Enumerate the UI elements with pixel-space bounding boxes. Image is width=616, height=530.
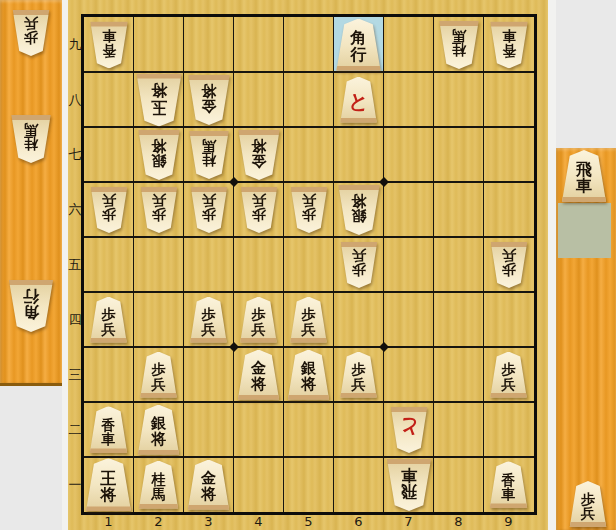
piece-kanji: 歩 <box>352 362 366 376</box>
piece-gold-47[interactable]: 金将 <box>237 130 280 180</box>
piece-kanji: 兵 <box>302 322 316 336</box>
square-2-9[interactable] <box>134 17 184 72</box>
piece-kanji: 歩 <box>152 362 166 376</box>
piece-face: 王将 <box>85 458 132 511</box>
piece-face: 飛車 <box>561 150 607 202</box>
square-5-5[interactable] <box>284 237 334 292</box>
square-8-7[interactable] <box>434 127 484 182</box>
rank-label-5: 五 <box>69 256 82 274</box>
piece-pawn-36[interactable]: 歩兵 <box>190 187 228 233</box>
piece-kanji: 兵 <box>581 506 595 520</box>
piece-kanji: 将 <box>151 432 166 447</box>
piece-face: 歩兵 <box>240 297 278 343</box>
piece-face: 桂馬 <box>11 115 52 163</box>
square-4-9[interactable] <box>234 17 284 72</box>
piece-kanji: 将 <box>151 81 167 97</box>
square-7-8[interactable] <box>384 72 434 127</box>
piece-face: 歩兵 <box>340 242 378 288</box>
piece-lance-19[interactable]: 香車 <box>89 21 128 68</box>
square-4-8[interactable] <box>234 72 284 127</box>
piece-kanji: 桂 <box>24 137 38 151</box>
gote-hand-pawn[interactable]: 歩兵 <box>569 481 607 527</box>
square-7-9[interactable] <box>384 17 434 72</box>
square-3-5[interactable] <box>184 237 234 292</box>
piece-kanji: 馬 <box>152 487 166 501</box>
piece-silver-66[interactable]: 銀将 <box>337 185 380 235</box>
piece-kanji: 馬 <box>452 28 466 42</box>
piece-kanji: 歩 <box>302 307 316 321</box>
square-4-1[interactable] <box>234 457 284 512</box>
piece-face: 金将 <box>237 350 280 400</box>
piece-pawn-56[interactable]: 歩兵 <box>290 187 328 233</box>
piece-pawn-46[interactable]: 歩兵 <box>240 187 278 233</box>
piece-knight-37[interactable]: 桂馬 <box>188 131 229 179</box>
rank-label-7: 七 <box>69 146 82 164</box>
square-1-3[interactable] <box>84 347 134 402</box>
piece-kanji: 兵 <box>252 193 266 207</box>
piece-face: 歩兵 <box>490 242 528 288</box>
piece-kanji: 将 <box>251 137 266 152</box>
piece-kanji: 将 <box>151 137 166 152</box>
rank-label-2: 二 <box>69 421 82 439</box>
file-label-9: 9 <box>504 514 512 529</box>
piece-pawn-93[interactable]: 歩兵 <box>490 352 528 398</box>
piece-kanji: 兵 <box>502 248 516 262</box>
square-8-1[interactable] <box>434 457 484 512</box>
piece-pawn-65[interactable]: 歩兵 <box>340 242 378 288</box>
square-5-8[interactable] <box>284 72 334 127</box>
piece-kanji: 将 <box>251 377 266 392</box>
piece-knight-89[interactable]: 桂馬 <box>438 21 479 69</box>
piece-face: 香車 <box>489 461 528 508</box>
file-label-8: 8 <box>454 514 462 529</box>
piece-kanji: 香 <box>102 417 116 431</box>
square-8-4[interactable] <box>434 292 484 347</box>
piece-kanji: 兵 <box>502 377 516 391</box>
piece-gold-43[interactable]: 金将 <box>237 350 280 400</box>
piece-kanji: 香 <box>102 43 116 57</box>
rank-label-8: 八 <box>69 91 82 109</box>
piece-kanji: 香 <box>502 472 516 486</box>
piece-king-28[interactable]: 玉将 <box>135 73 182 126</box>
piece-kanji: 兵 <box>302 193 316 207</box>
piece-bishop-69[interactable]: 角行 <box>336 19 382 71</box>
piece-pawn-63[interactable]: 歩兵 <box>340 352 378 398</box>
piece-kanji: 歩 <box>24 31 38 45</box>
square-7-6[interactable] <box>384 182 434 237</box>
rank-label-6: 六 <box>69 201 82 219</box>
square-9-8[interactable] <box>484 72 534 127</box>
piece-face: 香車 <box>489 21 528 68</box>
square-7-4[interactable] <box>384 292 434 347</box>
file-label-1: 1 <box>104 514 112 529</box>
piece-face: 歩兵 <box>240 187 278 233</box>
piece-kanji: 兵 <box>152 193 166 207</box>
piece-face: 歩兵 <box>90 187 128 233</box>
piece-kanji: 歩 <box>252 307 266 321</box>
piece-face: 金将 <box>187 75 230 125</box>
sente-hand-knight[interactable]: 桂馬 <box>11 115 52 163</box>
piece-face: 飛車 <box>386 459 432 511</box>
piece-pawn-23[interactable]: 歩兵 <box>140 352 178 398</box>
piece-kanji: 歩 <box>502 362 516 376</box>
square-7-7[interactable] <box>384 127 434 182</box>
sente-hand-bishop[interactable]: 角行 <box>8 280 54 332</box>
piece-tokin-72[interactable]: と <box>390 407 428 453</box>
piece-king-11[interactable]: 王将 <box>85 458 132 511</box>
piece-kanji: 車 <box>576 178 592 194</box>
piece-kanji: 将 <box>351 192 366 207</box>
piece-lance-99[interactable]: 香車 <box>489 21 528 68</box>
piece-face: 歩兵 <box>90 297 128 343</box>
piece-kanji: 兵 <box>202 322 216 336</box>
piece-face: 歩兵 <box>190 297 228 343</box>
hand-slot-highlight <box>558 203 611 258</box>
square-3-2[interactable] <box>184 402 234 457</box>
piece-kanji: 兵 <box>152 377 166 391</box>
piece-kanji: 兵 <box>252 322 266 336</box>
piece-kanji: 歩 <box>502 263 516 277</box>
piece-kanji: 車 <box>102 432 116 446</box>
square-9-2[interactable] <box>484 402 534 457</box>
piece-lance-91[interactable]: 香車 <box>489 461 528 508</box>
piece-face: 銀将 <box>337 185 380 235</box>
square-8-6[interactable] <box>434 182 484 237</box>
square-5-7[interactable] <box>284 127 334 182</box>
piece-face: 玉将 <box>135 73 182 126</box>
piece-face: 歩兵 <box>290 187 328 233</box>
piece-face: 歩兵 <box>140 187 178 233</box>
piece-kanji: 歩 <box>102 208 116 222</box>
piece-pawn-14[interactable]: 歩兵 <box>90 297 128 343</box>
piece-kanji: 歩 <box>152 208 166 222</box>
piece-face: 金将 <box>187 460 230 510</box>
piece-kanji: 行 <box>23 288 39 304</box>
piece-face: 歩兵 <box>190 187 228 233</box>
piece-tokin-68[interactable]: と <box>340 77 378 123</box>
piece-face: 歩兵 <box>12 10 50 56</box>
sente-hand-pawn[interactable]: 歩兵 <box>12 10 50 56</box>
piece-kanji: 将 <box>201 487 216 502</box>
piece-face: 歩兵 <box>569 481 607 527</box>
file-label-5: 5 <box>304 514 312 529</box>
piece-face: 銀将 <box>137 405 180 455</box>
piece-kanji: 兵 <box>202 193 216 207</box>
square-8-8[interactable] <box>434 72 484 127</box>
gote-hand-rook[interactable]: 飛車 <box>561 150 607 202</box>
right-gap <box>548 0 556 530</box>
piece-face: 銀将 <box>287 350 330 400</box>
square-9-7[interactable] <box>484 127 534 182</box>
piece-kanji: 車 <box>401 466 417 482</box>
file-label-2: 2 <box>154 514 162 529</box>
piece-knight-21[interactable]: 桂馬 <box>138 461 179 509</box>
piece-face: 角行 <box>8 280 54 332</box>
piece-kanji: 馬 <box>202 138 216 152</box>
square-9-4[interactable] <box>484 292 534 347</box>
piece-kanji: 行 <box>351 47 367 63</box>
square-7-3[interactable] <box>384 347 434 402</box>
piece-kanji: 兵 <box>102 322 116 336</box>
piece-kanji: 兵 <box>24 17 38 31</box>
square-5-2[interactable] <box>284 402 334 457</box>
rank-label-9: 九 <box>69 36 82 54</box>
square-1-5[interactable] <box>84 237 134 292</box>
square-8-5[interactable] <box>434 237 484 292</box>
piece-gold-38[interactable]: 金将 <box>187 75 230 125</box>
square-1-8[interactable] <box>84 72 134 127</box>
piece-pawn-54[interactable]: 歩兵 <box>290 297 328 343</box>
file-label-7: 7 <box>404 514 412 529</box>
piece-face: 桂馬 <box>188 131 229 179</box>
square-8-3[interactable] <box>434 347 484 402</box>
piece-face: 金将 <box>237 130 280 180</box>
piece-face: 桂馬 <box>138 461 179 509</box>
piece-kanji: 玉 <box>151 98 167 114</box>
piece-kanji: 歩 <box>581 492 595 506</box>
file-label-3: 3 <box>204 514 212 529</box>
rank-label-3: 三 <box>69 366 82 384</box>
piece-kanji: 馬 <box>24 123 38 137</box>
piece-kanji: 桂 <box>452 43 466 57</box>
piece-face: 銀将 <box>137 130 180 180</box>
piece-silver-53[interactable]: 銀将 <box>287 350 330 400</box>
square-5-9[interactable] <box>284 17 334 72</box>
square-6-4[interactable] <box>334 292 384 347</box>
piece-face: 歩兵 <box>340 352 378 398</box>
piece-lance-12[interactable]: 香車 <box>89 406 128 453</box>
piece-kanji: 兵 <box>352 377 366 391</box>
piece-kanji: 歩 <box>302 208 316 222</box>
rank-label-4: 四 <box>69 311 82 329</box>
square-6-7[interactable] <box>334 127 384 182</box>
piece-kanji: 桂 <box>202 153 216 167</box>
piece-kanji: 歩 <box>252 208 266 222</box>
piece-kanji: 兵 <box>352 248 366 262</box>
piece-kanji: 角 <box>23 304 39 320</box>
piece-face: 歩兵 <box>290 297 328 343</box>
square-1-7[interactable] <box>84 127 134 182</box>
piece-kanji: 車 <box>502 28 516 42</box>
piece-rook-71[interactable]: 飛車 <box>386 459 432 511</box>
square-8-2[interactable] <box>434 402 484 457</box>
piece-kanji: 歩 <box>202 307 216 321</box>
piece-face: 歩兵 <box>490 352 528 398</box>
piece-silver-22[interactable]: 銀将 <box>137 405 180 455</box>
piece-pawn-95[interactable]: 歩兵 <box>490 242 528 288</box>
square-9-6[interactable] <box>484 182 534 237</box>
piece-kanji: と <box>348 91 368 112</box>
piece-kanji: 香 <box>502 43 516 57</box>
square-2-5[interactable] <box>134 237 184 292</box>
piece-kanji: と <box>398 417 418 438</box>
piece-face: 桂馬 <box>438 21 479 69</box>
piece-face: 香車 <box>89 406 128 453</box>
square-5-1[interactable] <box>284 457 334 512</box>
piece-kanji: 将 <box>101 487 117 503</box>
piece-kanji: 桂 <box>152 472 166 486</box>
square-3-3[interactable] <box>184 347 234 402</box>
piece-kanji: 歩 <box>352 263 366 277</box>
piece-face: 歩兵 <box>140 352 178 398</box>
piece-kanji: 将 <box>201 82 216 97</box>
square-3-9[interactable] <box>184 17 234 72</box>
piece-kanji: 将 <box>301 377 316 392</box>
square-7-5[interactable] <box>384 237 434 292</box>
piece-pawn-34[interactable]: 歩兵 <box>190 297 228 343</box>
left-gap <box>62 0 68 530</box>
file-label-4: 4 <box>254 514 262 529</box>
piece-gold-31[interactable]: 金将 <box>187 460 230 510</box>
piece-kanji: 車 <box>102 28 116 42</box>
piece-pawn-26[interactable]: 歩兵 <box>140 187 178 233</box>
piece-silver-27[interactable]: 銀将 <box>137 130 180 180</box>
piece-pawn-16[interactable]: 歩兵 <box>90 187 128 233</box>
shogi-app: 九八七六五四三二一123456789 香車桂馬香車角行玉将金将と銀将桂馬金将歩兵… <box>0 0 616 530</box>
piece-kanji: 兵 <box>102 193 116 207</box>
piece-face: と <box>340 77 378 123</box>
square-4-5[interactable] <box>234 237 284 292</box>
square-2-4[interactable] <box>134 292 184 347</box>
piece-kanji: 車 <box>502 487 516 501</box>
piece-face: 角行 <box>336 19 382 71</box>
piece-kanji: 歩 <box>102 307 116 321</box>
square-4-2[interactable] <box>234 402 284 457</box>
piece-face: と <box>390 407 428 453</box>
rank-label-1: 一 <box>69 476 82 494</box>
square-6-2[interactable] <box>334 402 384 457</box>
piece-kanji: 歩 <box>202 208 216 222</box>
file-label-6: 6 <box>354 514 362 529</box>
piece-pawn-44[interactable]: 歩兵 <box>240 297 278 343</box>
piece-face: 香車 <box>89 21 128 68</box>
square-6-1[interactable] <box>334 457 384 512</box>
